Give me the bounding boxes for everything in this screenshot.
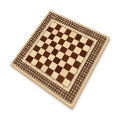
photo-background: abcdefgh abcdefgh 87654321 87654321 bbox=[0, 0, 120, 120]
chessboard: abcdefgh abcdefgh 87654321 87654321 bbox=[10, 10, 110, 108]
